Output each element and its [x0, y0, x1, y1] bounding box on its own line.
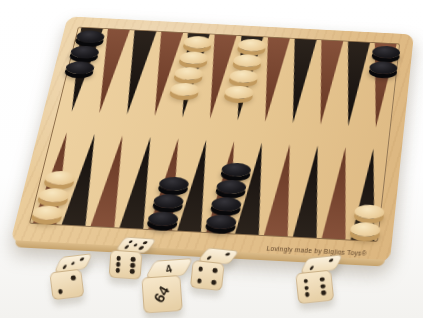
pip — [320, 284, 325, 289]
backgammon-board: Lovingly made by Bigjigs Toys® — [10, 16, 414, 262]
die-1[interactable] — [48, 254, 94, 301]
die-4-front-face — [295, 270, 334, 305]
pip — [320, 277, 325, 282]
checker-natural[interactable] — [224, 85, 254, 99]
pip — [124, 245, 130, 248]
doubling-cube-front-face: 64 — [141, 275, 182, 314]
doubling-cube[interactable]: 4 64 — [140, 258, 192, 313]
die-3[interactable] — [190, 246, 235, 292]
point-top-11 — [334, 41, 372, 126]
checker-black[interactable] — [70, 45, 101, 59]
pip — [71, 275, 76, 280]
brand-text: Lovingly made by Bigjigs Toys® — [266, 245, 367, 257]
playing-field — [29, 27, 400, 242]
pip — [309, 266, 314, 270]
pip — [198, 266, 203, 271]
pip — [116, 262, 121, 267]
checker-black[interactable] — [75, 30, 106, 44]
pip — [58, 289, 63, 294]
die-2-front-face — [109, 250, 143, 280]
pip — [130, 269, 135, 274]
die-3-front-face — [190, 260, 225, 291]
backgammon-board-wrap: Lovingly made by Bigjigs Toys® — [10, 16, 414, 262]
point-bottom-10 — [290, 145, 331, 238]
pip — [329, 258, 334, 262]
checker-black[interactable] — [369, 61, 398, 75]
checker-natural[interactable] — [233, 54, 263, 68]
pip — [303, 279, 308, 284]
die-1-front-face — [49, 269, 84, 301]
pip — [115, 268, 120, 273]
pip — [321, 290, 326, 295]
pip — [211, 280, 216, 285]
pip — [138, 246, 144, 249]
pip — [128, 240, 134, 243]
doubling-cube-front-value: 64 — [151, 283, 173, 305]
checker-natural[interactable] — [174, 67, 204, 81]
pip — [131, 257, 136, 262]
checker-natural[interactable] — [228, 69, 258, 83]
pip — [133, 243, 139, 246]
pip — [71, 261, 76, 265]
pip — [225, 252, 231, 255]
checker-black[interactable] — [64, 61, 95, 75]
photo-scene: Lovingly made by Bigjigs Toys® 4 64 — [0, 0, 423, 318]
pip — [116, 256, 121, 261]
pip — [197, 278, 202, 283]
pip — [79, 257, 84, 261]
pip — [305, 292, 310, 297]
pip — [213, 268, 218, 273]
pip — [62, 265, 67, 269]
pip — [130, 263, 135, 268]
pip — [304, 285, 309, 290]
pip — [206, 256, 212, 259]
pip — [142, 241, 148, 244]
checker-natural[interactable] — [178, 51, 208, 65]
checker-natural[interactable] — [169, 82, 200, 96]
die-4[interactable] — [294, 255, 343, 304]
doubling-cube-top-value: 4 — [165, 262, 175, 275]
